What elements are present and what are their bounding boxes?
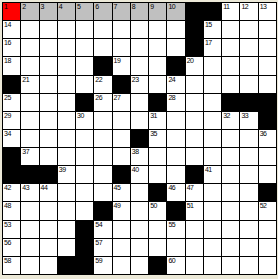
cell-r12c12[interactable] <box>204 202 221 219</box>
cell-r3c13[interactable] <box>222 39 239 56</box>
cell-r12c2[interactable] <box>21 202 38 219</box>
cell-r2c1[interactable]: 14 <box>3 21 20 38</box>
cell-r10c13[interactable] <box>222 166 239 183</box>
cell-r5c11[interactable] <box>186 76 203 93</box>
block-cell-r4c6 <box>94 57 111 74</box>
cell-r14c12[interactable] <box>204 239 221 256</box>
cell-r10c14[interactable] <box>240 166 257 183</box>
cell-r13c11[interactable] <box>186 221 203 238</box>
cell-r14c8[interactable] <box>131 239 148 256</box>
clue-number: 37 <box>22 148 29 156</box>
clue-number: 13 <box>260 3 267 11</box>
cell-r14c14[interactable] <box>240 239 257 256</box>
block-cell-r1c11 <box>186 3 203 20</box>
block-cell-r9c1 <box>3 148 20 165</box>
block-cell-r6c15 <box>259 94 276 111</box>
cell-r2c10[interactable] <box>167 21 184 38</box>
cell-r9c3[interactable] <box>40 148 57 165</box>
cell-r11c13[interactable] <box>222 184 239 201</box>
cell-r9c8[interactable]: 38 <box>131 148 148 165</box>
cell-r15c2[interactable] <box>21 257 38 274</box>
cell-r15c10[interactable]: 60 <box>167 257 184 274</box>
cell-r10c9[interactable] <box>149 166 166 183</box>
cell-r4c13[interactable] <box>222 57 239 74</box>
cell-r3c8[interactable] <box>131 39 148 56</box>
cell-r5c15[interactable] <box>259 76 276 93</box>
cell-r10c8[interactable]: 40 <box>131 166 148 183</box>
block-cell-r10c11 <box>186 166 203 183</box>
cell-r10c12[interactable]: 41 <box>204 166 221 183</box>
cell-r1c7[interactable]: 7 <box>113 3 130 20</box>
clue-number: 20 <box>187 57 194 65</box>
cell-r13c10[interactable]: 55 <box>167 221 184 238</box>
clue-number: 30 <box>77 112 84 120</box>
cell-r8c2[interactable] <box>21 130 38 147</box>
cell-r8c3[interactable] <box>40 130 57 147</box>
crossword-board: 1234567891011121314151617181920212223242… <box>2 2 277 275</box>
block-cell-r5c1 <box>3 76 20 93</box>
cell-r9c14[interactable] <box>240 148 257 165</box>
cell-r14c2[interactable] <box>21 239 38 256</box>
cell-r12c4[interactable] <box>58 202 75 219</box>
cell-r9c13[interactable] <box>222 148 239 165</box>
cell-r6c12[interactable] <box>204 94 221 111</box>
cell-r14c7[interactable] <box>113 239 130 256</box>
cell-r3c15[interactable] <box>259 39 276 56</box>
block-cell-r10c2 <box>21 166 38 183</box>
cell-r11c11[interactable]: 47 <box>186 184 203 201</box>
cell-r13c14[interactable] <box>240 221 257 238</box>
block-cell-r6c13 <box>222 94 239 111</box>
crossword-app: 1234567891011121314151617181920212223242… <box>0 0 278 279</box>
cell-r3c14[interactable] <box>240 39 257 56</box>
clue-number: 7 <box>114 3 117 11</box>
clue-number: 34 <box>4 130 11 138</box>
cell-r1c15[interactable]: 13 <box>259 3 276 20</box>
cell-r7c11[interactable] <box>186 112 203 129</box>
cell-r14c3[interactable] <box>40 239 57 256</box>
clue-number: 15 <box>205 21 212 29</box>
clue-number: 6 <box>95 3 98 11</box>
cell-r15c6[interactable]: 59 <box>94 257 111 274</box>
cell-r12c14[interactable] <box>240 202 257 219</box>
cell-r4c11[interactable]: 20 <box>186 57 203 74</box>
cell-r11c3[interactable]: 44 <box>40 184 57 201</box>
clue-number: 53 <box>4 221 11 229</box>
cell-r15c7[interactable] <box>113 257 130 274</box>
clue-number: 56 <box>4 239 11 247</box>
clue-number: 51 <box>187 202 194 210</box>
cell-r15c15[interactable] <box>259 257 276 274</box>
clue-number: 24 <box>168 76 175 84</box>
block-cell-r15c9 <box>149 257 166 274</box>
cell-r14c6[interactable]: 57 <box>94 239 111 256</box>
cell-r7c7[interactable] <box>113 112 130 129</box>
clue-number: 19 <box>114 57 121 65</box>
cell-r6c2[interactable] <box>21 94 38 111</box>
cell-r13c4[interactable] <box>58 221 75 238</box>
cell-r8c6[interactable] <box>94 130 111 147</box>
cell-r15c11[interactable] <box>186 257 203 274</box>
clue-number: 39 <box>59 166 66 174</box>
cell-r2c12[interactable]: 15 <box>204 21 221 38</box>
cell-r8c4[interactable] <box>58 130 75 147</box>
cell-r12c5[interactable] <box>76 202 93 219</box>
cell-r6c7[interactable]: 27 <box>113 94 130 111</box>
cell-r7c12[interactable] <box>204 112 221 129</box>
clue-number: 50 <box>150 202 157 210</box>
clue-number: 55 <box>168 221 175 229</box>
cell-r8c10[interactable] <box>167 130 184 147</box>
cell-r1c10[interactable]: 10 <box>167 3 184 20</box>
cell-r1c6[interactable]: 6 <box>94 3 111 20</box>
cell-r7c1[interactable]: 29 <box>3 112 20 129</box>
block-cell-r6c14 <box>240 94 257 111</box>
cell-r5c9[interactable] <box>149 76 166 93</box>
cell-r15c13[interactable] <box>222 257 239 274</box>
clue-number: 21 <box>22 76 29 84</box>
clue-number: 8 <box>132 3 135 11</box>
cell-r6c6[interactable]: 26 <box>94 94 111 111</box>
clue-number: 29 <box>4 112 11 120</box>
cell-r11c12[interactable] <box>204 184 221 201</box>
cell-r2c13[interactable] <box>222 21 239 38</box>
cell-r8c13[interactable] <box>222 130 239 147</box>
cell-r4c14[interactable] <box>240 57 257 74</box>
clue-number: 59 <box>95 257 102 265</box>
cell-r6c11[interactable] <box>186 94 203 111</box>
clue-number: 57 <box>95 239 102 247</box>
clue-number: 47 <box>187 184 194 192</box>
cell-r9c7[interactable] <box>113 148 130 165</box>
cell-r6c1[interactable]: 25 <box>3 94 20 111</box>
cell-r13c6[interactable]: 54 <box>94 221 111 238</box>
cell-r14c15[interactable] <box>259 239 276 256</box>
cell-r7c3[interactable] <box>40 112 57 129</box>
cell-r2c3[interactable] <box>40 21 57 38</box>
block-cell-r10c7 <box>113 166 130 183</box>
block-cell-r15c4 <box>58 257 75 274</box>
cell-r6c3[interactable] <box>40 94 57 111</box>
cell-r5c14[interactable] <box>240 76 257 93</box>
clue-number: 18 <box>4 57 11 65</box>
cell-r3c3[interactable] <box>40 39 57 56</box>
cell-r13c8[interactable] <box>131 221 148 238</box>
clue-number: 3 <box>41 3 44 11</box>
block-cell-r4c10 <box>167 57 184 74</box>
cell-r11c10[interactable]: 46 <box>167 184 184 201</box>
cell-r10c10[interactable] <box>167 166 184 183</box>
clue-number: 42 <box>4 184 11 192</box>
cell-r5c3[interactable] <box>40 76 57 93</box>
block-cell-r14c5 <box>76 239 93 256</box>
block-cell-r13c5 <box>76 221 93 238</box>
cell-r13c9[interactable] <box>149 221 166 238</box>
cell-r14c1[interactable]: 56 <box>3 239 20 256</box>
clue-number: 4 <box>59 3 62 11</box>
cell-r2c15[interactable] <box>259 21 276 38</box>
cell-r1c4[interactable]: 4 <box>58 3 75 20</box>
cell-r7c2[interactable] <box>21 112 38 129</box>
cell-r8c9[interactable]: 35 <box>149 130 166 147</box>
cell-r4c2[interactable] <box>21 57 38 74</box>
cell-r9c4[interactable] <box>58 148 75 165</box>
cell-r1c3[interactable]: 3 <box>40 3 57 20</box>
clue-number: 2 <box>22 3 25 11</box>
cell-r5c5[interactable] <box>76 76 93 93</box>
block-cell-r1c12 <box>204 3 221 20</box>
cell-r9c9[interactable] <box>149 148 166 165</box>
cell-r1c13[interactable]: 11 <box>222 3 239 20</box>
cell-r2c14[interactable] <box>240 21 257 38</box>
clue-number: 58 <box>4 257 11 265</box>
cell-r10c6[interactable] <box>94 166 111 183</box>
cell-r12c7[interactable]: 49 <box>113 202 130 219</box>
cell-r4c9[interactable] <box>149 57 166 74</box>
cell-r15c1[interactable]: 58 <box>3 257 20 274</box>
cell-r9c5[interactable] <box>76 148 93 165</box>
block-cell-r12c10 <box>167 202 184 219</box>
cell-r9c10[interactable] <box>167 148 184 165</box>
cell-r11c5[interactable] <box>76 184 93 201</box>
cell-r3c7[interactable] <box>113 39 130 56</box>
clue-number: 35 <box>150 130 157 138</box>
cell-r1c1[interactable]: 1 <box>3 3 20 20</box>
clue-number: 17 <box>205 39 212 47</box>
clue-number: 16 <box>4 39 11 47</box>
cell-r11c8[interactable] <box>131 184 148 201</box>
cell-r2c5[interactable] <box>76 21 93 38</box>
cell-r5c2[interactable]: 21 <box>21 76 38 93</box>
cell-r12c11[interactable]: 51 <box>186 202 203 219</box>
cell-r4c12[interactable] <box>204 57 221 74</box>
cell-r11c2[interactable]: 43 <box>21 184 38 201</box>
cell-r10c5[interactable] <box>76 166 93 183</box>
cell-r12c15[interactable]: 52 <box>259 202 276 219</box>
cell-r13c2[interactable] <box>21 221 38 238</box>
cell-r11c7[interactable]: 45 <box>113 184 130 201</box>
cell-r14c9[interactable] <box>149 239 166 256</box>
cell-r7c14[interactable]: 33 <box>240 112 257 129</box>
cell-r8c1[interactable]: 34 <box>3 130 20 147</box>
clue-number: 31 <box>150 112 157 120</box>
block-cell-r3c11 <box>186 39 203 56</box>
block-cell-r12c6 <box>94 202 111 219</box>
cell-r13c12[interactable] <box>204 221 221 238</box>
cell-r5c12[interactable] <box>204 76 221 93</box>
cell-r2c8[interactable] <box>131 21 148 38</box>
clue-number: 27 <box>114 94 121 102</box>
cell-r5c4[interactable] <box>58 76 75 93</box>
cell-r12c9[interactable]: 50 <box>149 202 166 219</box>
clue-number: 28 <box>168 94 175 102</box>
clue-number: 23 <box>132 76 139 84</box>
block-cell-r7c15 <box>259 112 276 129</box>
clue-number: 44 <box>41 184 48 192</box>
clue-number: 5 <box>77 3 80 11</box>
cell-r1c14[interactable]: 12 <box>240 3 257 20</box>
cell-r3c12[interactable]: 17 <box>204 39 221 56</box>
block-cell-r11c15 <box>259 184 276 201</box>
cell-r1c9[interactable]: 9 <box>149 3 166 20</box>
cell-r10c15[interactable] <box>259 166 276 183</box>
cell-r15c12[interactable] <box>204 257 221 274</box>
cell-r3c9[interactable] <box>149 39 166 56</box>
clue-number: 26 <box>95 94 102 102</box>
clue-number: 32 <box>223 112 230 120</box>
clue-number: 9 <box>150 3 153 11</box>
cell-r12c8[interactable] <box>131 202 148 219</box>
cell-r4c7[interactable]: 19 <box>113 57 130 74</box>
cell-r7c8[interactable] <box>131 112 148 129</box>
cell-r8c5[interactable] <box>76 130 93 147</box>
cell-r7c4[interactable] <box>58 112 75 129</box>
cell-r5c8[interactable]: 23 <box>131 76 148 93</box>
block-cell-r6c9 <box>149 94 166 111</box>
cell-r3c10[interactable] <box>167 39 184 56</box>
block-cell-r5c7 <box>113 76 130 93</box>
cell-r6c8[interactable] <box>131 94 148 111</box>
block-cell-r15c5 <box>76 257 93 274</box>
cell-r5c10[interactable]: 24 <box>167 76 184 93</box>
cell-r2c7[interactable] <box>113 21 130 38</box>
clue-number: 43 <box>22 184 29 192</box>
cell-r11c6[interactable] <box>94 184 111 201</box>
clue-number: 33 <box>241 112 248 120</box>
cell-r9c2[interactable]: 37 <box>21 148 38 165</box>
cell-r9c15[interactable] <box>259 148 276 165</box>
block-cell-r11c9 <box>149 184 166 201</box>
cell-r3c6[interactable] <box>94 39 111 56</box>
cell-r12c13[interactable] <box>222 202 239 219</box>
clue-number: 38 <box>132 148 139 156</box>
cell-r4c15[interactable] <box>259 57 276 74</box>
cell-r4c4[interactable] <box>58 57 75 74</box>
clue-number: 1 <box>4 3 7 11</box>
cell-r3c1[interactable]: 16 <box>3 39 20 56</box>
clue-number: 48 <box>4 202 11 210</box>
clue-number: 41 <box>205 166 212 174</box>
cell-r10c4[interactable]: 39 <box>58 166 75 183</box>
cell-r12c1[interactable]: 48 <box>3 202 20 219</box>
cell-r3c4[interactable] <box>58 39 75 56</box>
cell-r7c13[interactable]: 32 <box>222 112 239 129</box>
cell-r13c3[interactable] <box>40 221 57 238</box>
cell-r6c4[interactable] <box>58 94 75 111</box>
cell-r11c1[interactable]: 42 <box>3 184 20 201</box>
cell-r14c13[interactable] <box>222 239 239 256</box>
cell-r3c2[interactable] <box>21 39 38 56</box>
cell-r7c10[interactable] <box>167 112 184 129</box>
clue-number: 60 <box>168 257 175 265</box>
clue-number: 14 <box>4 21 11 29</box>
cell-r13c1[interactable]: 53 <box>3 221 20 238</box>
cell-r3c5[interactable] <box>76 39 93 56</box>
cell-r9c6[interactable] <box>94 148 111 165</box>
cell-r2c4[interactable] <box>58 21 75 38</box>
block-cell-r10c1 <box>3 166 20 183</box>
clue-number: 22 <box>95 76 102 84</box>
clue-number: 10 <box>168 3 175 11</box>
cell-r15c8[interactable] <box>131 257 148 274</box>
clue-number: 12 <box>241 3 248 11</box>
cell-r2c6[interactable] <box>94 21 111 38</box>
cell-r8c7[interactable] <box>113 130 130 147</box>
cell-r7c6[interactable] <box>94 112 111 129</box>
cell-r8c15[interactable]: 36 <box>259 130 276 147</box>
cell-r14c4[interactable] <box>58 239 75 256</box>
cell-r6c10[interactable]: 28 <box>167 94 184 111</box>
cell-r4c5[interactable] <box>76 57 93 74</box>
block-cell-r6c5 <box>76 94 93 111</box>
cell-r14c11[interactable] <box>186 239 203 256</box>
cell-r8c11[interactable] <box>186 130 203 147</box>
cell-r5c6[interactable]: 22 <box>94 76 111 93</box>
clue-number: 11 <box>223 3 229 11</box>
cell-r4c8[interactable] <box>131 57 148 74</box>
clue-number: 54 <box>95 221 102 229</box>
cell-r13c7[interactable] <box>113 221 130 238</box>
cell-r2c9[interactable] <box>149 21 166 38</box>
cell-r4c1[interactable]: 18 <box>3 57 20 74</box>
cell-r2c2[interactable] <box>21 21 38 38</box>
cell-r11c14[interactable] <box>240 184 257 201</box>
block-cell-r2c11 <box>186 21 203 38</box>
cell-r7c5[interactable]: 30 <box>76 112 93 129</box>
cell-r11c4[interactable] <box>58 184 75 201</box>
clue-number: 40 <box>132 166 139 174</box>
cell-r15c3[interactable] <box>40 257 57 274</box>
cell-r1c2[interactable]: 2 <box>21 3 38 20</box>
clue-number: 36 <box>260 130 267 138</box>
block-cell-r8c8 <box>131 130 148 147</box>
cell-r13c15[interactable] <box>259 221 276 238</box>
clue-number: 52 <box>260 202 267 210</box>
cell-r5c13[interactable] <box>222 76 239 93</box>
clue-number: 49 <box>114 202 121 210</box>
cell-r13c13[interactable] <box>222 221 239 238</box>
cell-r8c12[interactable] <box>204 130 221 147</box>
cell-r4c3[interactable] <box>40 57 57 74</box>
cell-r12c3[interactable] <box>40 202 57 219</box>
block-cell-r10c3 <box>40 166 57 183</box>
clue-number: 46 <box>168 184 175 192</box>
cell-r9c11[interactable] <box>186 148 203 165</box>
cell-r14c10[interactable] <box>167 239 184 256</box>
cell-r15c14[interactable] <box>240 257 257 274</box>
cell-r1c8[interactable]: 8 <box>131 3 148 20</box>
clue-number: 45 <box>114 184 121 192</box>
cell-r9c12[interactable] <box>204 148 221 165</box>
clue-number: 25 <box>4 94 11 102</box>
cell-r8c14[interactable] <box>240 130 257 147</box>
cell-r1c5[interactable]: 5 <box>76 3 93 20</box>
cell-r7c9[interactable]: 31 <box>149 112 166 129</box>
